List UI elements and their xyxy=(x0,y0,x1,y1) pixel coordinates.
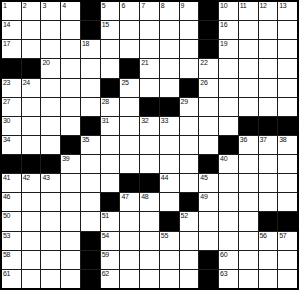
white-cell-r6c5[interactable] xyxy=(81,98,100,116)
white-cell-r12c5[interactable] xyxy=(81,212,100,230)
white-cell-r6c3[interactable] xyxy=(41,98,60,116)
white-cell-r3c15[interactable] xyxy=(278,40,297,58)
white-cell-r2c4[interactable] xyxy=(61,21,80,39)
clue-number-14: 14 xyxy=(3,21,10,29)
clue-number-56: 56 xyxy=(260,232,267,240)
white-cell-r11c9[interactable] xyxy=(160,193,179,211)
black-cell-r1c11 xyxy=(199,2,218,20)
white-cell-r3c6[interactable] xyxy=(101,40,120,58)
white-cell-r2c2[interactable] xyxy=(22,21,41,39)
clue-number-36: 36 xyxy=(240,136,247,144)
white-cell-r6c15[interactable] xyxy=(278,98,297,116)
black-cell-r7c13 xyxy=(239,117,258,135)
black-cell-r12c14 xyxy=(259,212,278,230)
clue-number-28: 28 xyxy=(102,98,109,106)
white-cell-r8c11[interactable] xyxy=(199,136,218,154)
white-cell-r7c2[interactable] xyxy=(22,117,41,135)
white-cell-r14c2[interactable] xyxy=(22,251,41,269)
black-cell-r10c7 xyxy=(120,174,139,192)
white-cell-r9c13[interactable] xyxy=(239,155,258,173)
clue-number-44: 44 xyxy=(161,174,168,182)
black-cell-r11c10 xyxy=(180,193,199,211)
black-cell-r8c12 xyxy=(219,136,238,154)
clue-number-15: 15 xyxy=(102,21,109,29)
white-cell-r13c1[interactable]: 53 xyxy=(2,232,21,250)
clue-number-10: 10 xyxy=(220,2,227,10)
white-cell-r15c10[interactable] xyxy=(180,270,199,288)
white-cell-r10c14[interactable] xyxy=(259,174,278,192)
clue-number-26: 26 xyxy=(200,79,207,87)
white-cell-r4c11[interactable]: 22 xyxy=(199,59,218,77)
clue-number-23: 23 xyxy=(3,79,10,87)
white-cell-r3c10[interactable] xyxy=(180,40,199,58)
black-cell-r9c1 xyxy=(2,155,21,173)
clue-number-30: 30 xyxy=(3,117,10,125)
crossword-grid: 1234567891011121314151617181920212223242… xyxy=(0,0,299,290)
clue-number-48: 48 xyxy=(141,193,148,201)
white-cell-r3c3[interactable] xyxy=(41,40,60,58)
clue-number-22: 22 xyxy=(200,59,207,67)
white-cell-r6c12[interactable] xyxy=(219,98,238,116)
black-cell-r4c7 xyxy=(120,59,139,77)
white-cell-r10c12[interactable] xyxy=(219,174,238,192)
white-cell-r7c7[interactable] xyxy=(120,117,139,135)
white-cell-r15c13[interactable] xyxy=(239,270,258,288)
clue-number-9: 9 xyxy=(181,2,185,10)
clue-number-49: 49 xyxy=(200,193,207,201)
white-cell-r12c2[interactable] xyxy=(22,212,41,230)
white-cell-r3c14[interactable] xyxy=(259,40,278,58)
white-cell-r15c6[interactable]: 62 xyxy=(101,270,120,288)
clue-number-24: 24 xyxy=(23,79,30,87)
white-cell-r6c11[interactable] xyxy=(199,98,218,116)
white-cell-r4c14[interactable] xyxy=(259,59,278,77)
white-cell-r8c7[interactable] xyxy=(120,136,139,154)
white-cell-r13c15[interactable]: 57 xyxy=(278,232,297,250)
white-cell-r5c2[interactable]: 24 xyxy=(22,79,41,97)
black-cell-r12c15 xyxy=(278,212,297,230)
black-cell-r7c14 xyxy=(259,117,278,135)
clue-number-40: 40 xyxy=(220,155,227,163)
white-cell-r10c1[interactable]: 41 xyxy=(2,174,21,192)
white-cell-r11c11[interactable]: 49 xyxy=(199,193,218,211)
white-cell-r3c5[interactable]: 18 xyxy=(81,40,100,58)
white-cell-r3c7[interactable] xyxy=(120,40,139,58)
clue-number-11: 11 xyxy=(240,2,247,10)
black-cell-r5c6 xyxy=(101,79,120,97)
white-cell-r10c11[interactable]: 45 xyxy=(199,174,218,192)
black-cell-r15c5 xyxy=(81,270,100,288)
black-cell-r4c2 xyxy=(22,59,41,77)
white-cell-r14c12[interactable]: 60 xyxy=(219,251,238,269)
white-cell-r14c1[interactable]: 58 xyxy=(2,251,21,269)
white-cell-r9c4[interactable]: 39 xyxy=(61,155,80,173)
white-cell-r9c8[interactable] xyxy=(140,155,159,173)
clue-number-25: 25 xyxy=(121,79,128,87)
clue-number-32: 32 xyxy=(141,117,148,125)
white-cell-r15c7[interactable] xyxy=(120,270,139,288)
clue-number-33: 33 xyxy=(161,117,168,125)
clue-number-16: 16 xyxy=(220,21,227,29)
white-cell-r4c8[interactable]: 21 xyxy=(140,59,159,77)
white-cell-r9c9[interactable] xyxy=(160,155,179,173)
white-cell-r13c7[interactable] xyxy=(120,232,139,250)
clue-number-45: 45 xyxy=(200,174,207,182)
white-cell-r2c12[interactable]: 16 xyxy=(219,21,238,39)
black-cell-r15c11 xyxy=(199,270,218,288)
white-cell-r2c9[interactable] xyxy=(160,21,179,39)
clue-number-20: 20 xyxy=(42,59,49,67)
white-cell-r3c1[interactable]: 17 xyxy=(2,40,21,58)
white-cell-r11c1[interactable]: 46 xyxy=(2,193,21,211)
white-cell-r12c13[interactable] xyxy=(239,212,258,230)
black-cell-r9c2 xyxy=(22,155,41,173)
clue-number-13: 13 xyxy=(279,2,286,10)
black-cell-r6c9 xyxy=(160,98,179,116)
clue-number-19: 19 xyxy=(220,40,227,48)
black-cell-r2c11 xyxy=(199,21,218,39)
white-cell-r4c6[interactable] xyxy=(101,59,120,77)
white-cell-r5c14[interactable] xyxy=(259,79,278,97)
clue-number-18: 18 xyxy=(82,40,89,48)
white-cell-r8c9[interactable] xyxy=(160,136,179,154)
white-cell-r13c12[interactable] xyxy=(219,232,238,250)
white-cell-r13c3[interactable] xyxy=(41,232,60,250)
black-cell-r9c3 xyxy=(41,155,60,173)
white-cell-r8c8[interactable] xyxy=(140,136,159,154)
white-cell-r1c1[interactable]: 1 xyxy=(2,2,21,20)
white-cell-r1c8[interactable]: 7 xyxy=(140,2,159,20)
white-cell-r7c1[interactable]: 30 xyxy=(2,117,21,135)
white-cell-r9c7[interactable] xyxy=(120,155,139,173)
black-cell-r2c5 xyxy=(81,21,100,39)
white-cell-r7c12[interactable] xyxy=(219,117,238,135)
white-cell-r11c7[interactable]: 47 xyxy=(120,193,139,211)
white-cell-r10c6[interactable] xyxy=(101,174,120,192)
white-cell-r15c12[interactable]: 63 xyxy=(219,270,238,288)
white-cell-r7c3[interactable] xyxy=(41,117,60,135)
white-cell-r5c5[interactable] xyxy=(81,79,100,97)
white-cell-r6c4[interactable] xyxy=(61,98,80,116)
clue-number-61: 61 xyxy=(3,270,10,278)
clue-number-46: 46 xyxy=(3,193,10,201)
white-cell-r8c10[interactable] xyxy=(180,136,199,154)
white-cell-r2c6[interactable]: 15 xyxy=(101,21,120,39)
clue-number-27: 27 xyxy=(3,98,10,106)
white-cell-r9c14[interactable] xyxy=(259,155,278,173)
black-cell-r12c9 xyxy=(160,212,179,230)
white-cell-r9c6[interactable] xyxy=(101,155,120,173)
white-cell-r3c9[interactable] xyxy=(160,40,179,58)
white-cell-r1c4[interactable]: 4 xyxy=(61,2,80,20)
white-cell-r7c9[interactable]: 33 xyxy=(160,117,179,135)
white-cell-r7c4[interactable] xyxy=(61,117,80,135)
white-cell-r5c11[interactable]: 26 xyxy=(199,79,218,97)
white-cell-r15c15[interactable] xyxy=(278,270,297,288)
white-cell-r15c4[interactable] xyxy=(61,270,80,288)
clue-number-60: 60 xyxy=(220,251,227,259)
white-cell-r10c13[interactable] xyxy=(239,174,258,192)
white-cell-r1c9[interactable]: 8 xyxy=(160,2,179,20)
black-cell-r10c8 xyxy=(140,174,159,192)
white-cell-r11c14[interactable] xyxy=(259,193,278,211)
white-cell-r13c4[interactable] xyxy=(61,232,80,250)
white-cell-r6c13[interactable] xyxy=(239,98,258,116)
white-cell-r14c13[interactable] xyxy=(239,251,258,269)
white-cell-r15c2[interactable] xyxy=(22,270,41,288)
white-cell-r7c6[interactable]: 31 xyxy=(101,117,120,135)
white-cell-r11c8[interactable]: 48 xyxy=(140,193,159,211)
white-cell-r4c10[interactable] xyxy=(180,59,199,77)
clue-number-35: 35 xyxy=(82,136,89,144)
white-cell-r4c12[interactable] xyxy=(219,59,238,77)
white-cell-r14c8[interactable] xyxy=(140,251,159,269)
clue-number-7: 7 xyxy=(141,2,145,10)
clue-number-5: 5 xyxy=(102,2,106,10)
white-cell-r4c5[interactable] xyxy=(81,59,100,77)
white-cell-r7c8[interactable]: 32 xyxy=(140,117,159,135)
black-cell-r6c8 xyxy=(140,98,159,116)
white-cell-r3c8[interactable] xyxy=(140,40,159,58)
white-cell-r5c9[interactable] xyxy=(160,79,179,97)
white-cell-r1c10[interactable]: 9 xyxy=(180,2,199,20)
clue-number-38: 38 xyxy=(279,136,286,144)
white-cell-r9c5[interactable] xyxy=(81,155,100,173)
clue-number-6: 6 xyxy=(121,2,125,10)
white-cell-r12c3[interactable] xyxy=(41,212,60,230)
white-cell-r9c15[interactable] xyxy=(278,155,297,173)
clue-number-52: 52 xyxy=(181,212,188,220)
white-cell-r1c6[interactable]: 5 xyxy=(101,2,120,20)
white-cell-r12c7[interactable] xyxy=(120,212,139,230)
white-cell-r10c2[interactable]: 42 xyxy=(22,174,41,192)
white-cell-r14c15[interactable] xyxy=(278,251,297,269)
white-cell-r1c2[interactable]: 2 xyxy=(22,2,41,20)
white-cell-r12c8[interactable] xyxy=(140,212,159,230)
clue-number-53: 53 xyxy=(3,232,10,240)
white-cell-r8c13[interactable]: 36 xyxy=(239,136,258,154)
white-cell-r3c4[interactable] xyxy=(61,40,80,58)
white-cell-r12c12[interactable] xyxy=(219,212,238,230)
white-cell-r7c10[interactable] xyxy=(180,117,199,135)
white-cell-r8c2[interactable] xyxy=(22,136,41,154)
white-cell-r13c13[interactable] xyxy=(239,232,258,250)
clue-number-31: 31 xyxy=(102,117,109,125)
clue-number-54: 54 xyxy=(102,232,109,240)
white-cell-r10c9[interactable]: 44 xyxy=(160,174,179,192)
white-cell-r6c14[interactable] xyxy=(259,98,278,116)
white-cell-r14c4[interactable] xyxy=(61,251,80,269)
clue-number-55: 55 xyxy=(161,232,168,240)
white-cell-r10c3[interactable]: 43 xyxy=(41,174,60,192)
white-cell-r6c2[interactable] xyxy=(22,98,41,116)
black-cell-r9c11 xyxy=(199,155,218,173)
white-cell-r2c1[interactable]: 14 xyxy=(2,21,21,39)
white-cell-r2c10[interactable] xyxy=(180,21,199,39)
clue-number-39: 39 xyxy=(62,155,69,163)
white-cell-r6c7[interactable] xyxy=(120,98,139,116)
clue-number-41: 41 xyxy=(3,174,10,182)
clue-number-50: 50 xyxy=(3,212,10,220)
white-cell-r7c11[interactable] xyxy=(199,117,218,135)
white-cell-r3c13[interactable] xyxy=(239,40,258,58)
white-cell-r4c9[interactable] xyxy=(160,59,179,77)
white-cell-r15c8[interactable] xyxy=(140,270,159,288)
black-cell-r11c6 xyxy=(101,193,120,211)
white-cell-r11c2[interactable] xyxy=(22,193,41,211)
white-cell-r12c1[interactable]: 50 xyxy=(2,212,21,230)
white-cell-r5c1[interactable]: 23 xyxy=(2,79,21,97)
clue-number-63: 63 xyxy=(220,270,227,278)
white-cell-r8c5[interactable]: 35 xyxy=(81,136,100,154)
white-cell-r1c12[interactable]: 10 xyxy=(219,2,238,20)
white-cell-r6c10[interactable]: 29 xyxy=(180,98,199,116)
white-cell-r4c3[interactable]: 20 xyxy=(41,59,60,77)
white-cell-r6c1[interactable]: 27 xyxy=(2,98,21,116)
black-cell-r13c5 xyxy=(81,232,100,250)
white-cell-r15c1[interactable]: 61 xyxy=(2,270,21,288)
white-cell-r8c3[interactable] xyxy=(41,136,60,154)
white-cell-r2c7[interactable] xyxy=(120,21,139,39)
white-cell-r8c14[interactable]: 37 xyxy=(259,136,278,154)
white-cell-r5c13[interactable] xyxy=(239,79,258,97)
white-cell-r11c12[interactable] xyxy=(219,193,238,211)
white-cell-r13c9[interactable]: 55 xyxy=(160,232,179,250)
white-cell-r15c9[interactable] xyxy=(160,270,179,288)
black-cell-r4c1 xyxy=(2,59,21,77)
white-cell-r8c15[interactable]: 38 xyxy=(278,136,297,154)
white-cell-r11c15[interactable] xyxy=(278,193,297,211)
white-cell-r5c12[interactable] xyxy=(219,79,238,97)
white-cell-r1c3[interactable]: 3 xyxy=(41,2,60,20)
clue-number-29: 29 xyxy=(181,98,188,106)
white-cell-r2c15[interactable] xyxy=(278,21,297,39)
white-cell-r12c10[interactable]: 52 xyxy=(180,212,199,230)
white-cell-r10c15[interactable] xyxy=(278,174,297,192)
white-cell-r2c8[interactable] xyxy=(140,21,159,39)
white-cell-r14c7[interactable] xyxy=(120,251,139,269)
white-cell-r11c3[interactable] xyxy=(41,193,60,211)
white-cell-r2c14[interactable] xyxy=(259,21,278,39)
white-cell-r14c14[interactable] xyxy=(259,251,278,269)
clue-number-58: 58 xyxy=(3,251,10,259)
white-cell-r11c13[interactable] xyxy=(239,193,258,211)
white-cell-r9c12[interactable]: 40 xyxy=(219,155,238,173)
clue-number-57: 57 xyxy=(279,232,286,240)
white-cell-r12c11[interactable] xyxy=(199,212,218,230)
white-cell-r12c6[interactable]: 51 xyxy=(101,212,120,230)
white-cell-r13c6[interactable]: 54 xyxy=(101,232,120,250)
white-cell-r13c8[interactable] xyxy=(140,232,159,250)
black-cell-r1c5 xyxy=(81,2,100,20)
white-cell-r13c14[interactable]: 56 xyxy=(259,232,278,250)
white-cell-r5c8[interactable] xyxy=(140,79,159,97)
white-cell-r5c15[interactable] xyxy=(278,79,297,97)
clue-number-43: 43 xyxy=(42,174,49,182)
black-cell-r8c4 xyxy=(61,136,80,154)
clue-number-51: 51 xyxy=(102,212,109,220)
white-cell-r11c4[interactable] xyxy=(61,193,80,211)
white-cell-r1c7[interactable]: 6 xyxy=(120,2,139,20)
white-cell-r14c6[interactable]: 59 xyxy=(101,251,120,269)
white-cell-r14c9[interactable] xyxy=(160,251,179,269)
clue-number-4: 4 xyxy=(62,2,66,10)
white-cell-r10c5[interactable] xyxy=(81,174,100,192)
clue-number-21: 21 xyxy=(141,59,148,67)
white-cell-r10c10[interactable] xyxy=(180,174,199,192)
white-cell-r1c13[interactable]: 11 xyxy=(239,2,258,20)
clue-number-1: 1 xyxy=(3,2,7,10)
white-cell-r4c13[interactable] xyxy=(239,59,258,77)
white-cell-r2c3[interactable] xyxy=(41,21,60,39)
white-cell-r3c2[interactable] xyxy=(22,40,41,58)
white-cell-r1c15[interactable]: 13 xyxy=(278,2,297,20)
black-cell-r5c10 xyxy=(180,79,199,97)
white-cell-r15c14[interactable] xyxy=(259,270,278,288)
white-cell-r6c6[interactable]: 28 xyxy=(101,98,120,116)
white-cell-r3c12[interactable]: 19 xyxy=(219,40,238,58)
clue-number-8: 8 xyxy=(161,2,165,10)
white-cell-r5c4[interactable] xyxy=(61,79,80,97)
clue-number-12: 12 xyxy=(260,2,267,10)
clue-number-47: 47 xyxy=(121,193,128,201)
white-cell-r5c3[interactable] xyxy=(41,79,60,97)
white-cell-r1c14[interactable]: 12 xyxy=(259,2,278,20)
white-cell-r13c2[interactable] xyxy=(22,232,41,250)
white-cell-r11c5[interactable] xyxy=(81,193,100,211)
white-cell-r15c3[interactable] xyxy=(41,270,60,288)
white-cell-r5c7[interactable]: 25 xyxy=(120,79,139,97)
white-cell-r8c1[interactable]: 34 xyxy=(2,136,21,154)
clue-number-17: 17 xyxy=(3,40,10,48)
black-cell-r7c5 xyxy=(81,117,100,135)
white-cell-r10c4[interactable] xyxy=(61,174,80,192)
black-cell-r14c11 xyxy=(199,251,218,269)
white-cell-r13c11[interactable] xyxy=(199,232,218,250)
white-cell-r13c10[interactable] xyxy=(180,232,199,250)
clue-number-2: 2 xyxy=(23,2,27,10)
black-cell-r14c5 xyxy=(81,251,100,269)
black-cell-r7c15 xyxy=(278,117,297,135)
white-cell-r8c6[interactable] xyxy=(101,136,120,154)
clue-number-34: 34 xyxy=(3,136,10,144)
white-cell-r4c15[interactable] xyxy=(278,59,297,77)
clue-number-59: 59 xyxy=(102,251,109,259)
black-cell-r3c11 xyxy=(199,40,218,58)
white-cell-r14c10[interactable] xyxy=(180,251,199,269)
clue-number-42: 42 xyxy=(23,174,30,182)
clue-number-62: 62 xyxy=(102,270,109,278)
white-cell-r2c13[interactable] xyxy=(239,21,258,39)
white-cell-r4c4[interactable] xyxy=(61,59,80,77)
white-cell-r9c10[interactable] xyxy=(180,155,199,173)
white-cell-r12c4[interactable] xyxy=(61,212,80,230)
clue-number-37: 37 xyxy=(260,136,267,144)
clue-number-3: 3 xyxy=(42,2,46,10)
white-cell-r14c3[interactable] xyxy=(41,251,60,269)
